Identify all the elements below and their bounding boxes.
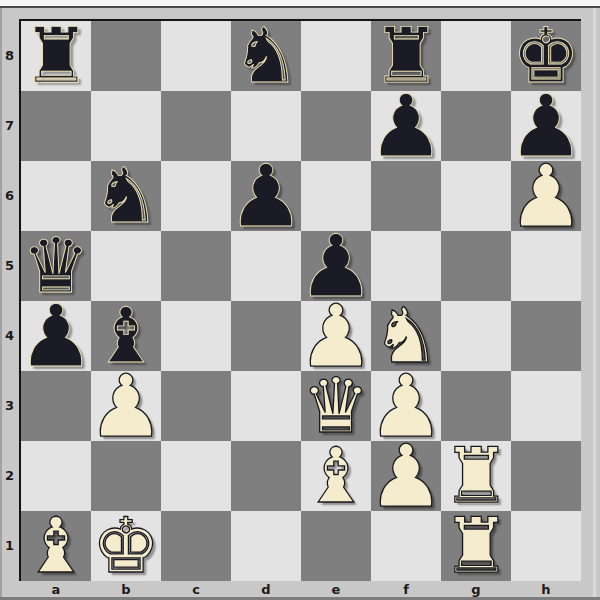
- rank-label-3: 3: [0, 371, 19, 441]
- square-d5[interactable]: [231, 231, 301, 301]
- file-label-h: h: [511, 581, 581, 598]
- square-d8[interactable]: ♞: [231, 21, 301, 91]
- window-bevel-right: [593, 8, 596, 597]
- square-c7[interactable]: [161, 91, 231, 161]
- piece-white-rook-g1[interactable]: ♜: [442, 511, 510, 581]
- square-c4[interactable]: [161, 301, 231, 371]
- square-h3[interactable]: [511, 371, 581, 441]
- square-c2[interactable]: [161, 441, 231, 511]
- square-b6[interactable]: ♞: [91, 161, 161, 231]
- square-b8[interactable]: [91, 21, 161, 91]
- square-g5[interactable]: [441, 231, 511, 301]
- square-e8[interactable]: [301, 21, 371, 91]
- square-b3[interactable]: ♟: [91, 371, 161, 441]
- piece-black-pawn-f7[interactable]: ♟: [367, 91, 444, 161]
- square-f7[interactable]: ♟: [371, 91, 441, 161]
- square-b1[interactable]: ♚: [91, 511, 161, 581]
- square-g6[interactable]: [441, 161, 511, 231]
- piece-white-bishop-a1[interactable]: ♝: [22, 511, 90, 581]
- piece-white-bishop-e2[interactable]: ♝: [302, 441, 370, 511]
- rank-label-1: 1: [0, 511, 19, 581]
- window-bevel-top-line: [0, 6, 600, 8]
- square-f2[interactable]: ♟: [371, 441, 441, 511]
- piece-black-knight-b6[interactable]: ♞: [92, 161, 160, 231]
- square-f1[interactable]: [371, 511, 441, 581]
- chess-diagram: 87654321 abcdefgh ♜♞♜♚♟♟♞♟♟♛♟♟♝♟♞♟♛♟♝♟♜♝…: [0, 0, 600, 600]
- piece-black-rook-a8[interactable]: ♜: [22, 21, 90, 91]
- chess-board: ♜♞♜♚♟♟♞♟♟♛♟♟♝♟♞♟♛♟♝♟♜♝♚♜: [19, 19, 581, 581]
- square-e7[interactable]: [301, 91, 371, 161]
- square-a8[interactable]: ♜: [21, 21, 91, 91]
- file-label-c: c: [161, 581, 231, 598]
- rank-label-5: 5: [0, 231, 19, 301]
- square-a3[interactable]: [21, 371, 91, 441]
- piece-white-pawn-h6[interactable]: ♟: [507, 161, 584, 231]
- square-e2[interactable]: ♝: [301, 441, 371, 511]
- square-a4[interactable]: ♟: [21, 301, 91, 371]
- square-d1[interactable]: [231, 511, 301, 581]
- square-h6[interactable]: ♟: [511, 161, 581, 231]
- square-c3[interactable]: [161, 371, 231, 441]
- square-h1[interactable]: [511, 511, 581, 581]
- file-label-e: e: [301, 581, 371, 598]
- square-g1[interactable]: ♜: [441, 511, 511, 581]
- square-f6[interactable]: [371, 161, 441, 231]
- rank-label-4: 4: [0, 301, 19, 371]
- square-d3[interactable]: [231, 371, 301, 441]
- square-c6[interactable]: [161, 161, 231, 231]
- rank-label-6: 6: [0, 161, 19, 231]
- square-c5[interactable]: [161, 231, 231, 301]
- square-a1[interactable]: ♝: [21, 511, 91, 581]
- square-g4[interactable]: [441, 301, 511, 371]
- piece-black-knight-d8[interactable]: ♞: [232, 21, 300, 91]
- square-d2[interactable]: [231, 441, 301, 511]
- square-d4[interactable]: [231, 301, 301, 371]
- piece-white-king-b1[interactable]: ♚: [92, 511, 160, 581]
- square-c1[interactable]: [161, 511, 231, 581]
- square-h5[interactable]: [511, 231, 581, 301]
- piece-black-pawn-d6[interactable]: ♟: [227, 161, 304, 231]
- square-h4[interactable]: [511, 301, 581, 371]
- piece-black-pawn-a4[interactable]: ♟: [17, 301, 94, 371]
- piece-white-pawn-f2[interactable]: ♟: [367, 441, 444, 511]
- file-label-d: d: [231, 581, 301, 598]
- square-d6[interactable]: ♟: [231, 161, 301, 231]
- square-c8[interactable]: [161, 21, 231, 91]
- square-g8[interactable]: [441, 21, 511, 91]
- square-h2[interactable]: [511, 441, 581, 511]
- square-a7[interactable]: [21, 91, 91, 161]
- file-label-f: f: [371, 581, 441, 598]
- rank-label-7: 7: [0, 91, 19, 161]
- square-e1[interactable]: [301, 511, 371, 581]
- square-g7[interactable]: [441, 91, 511, 161]
- rank-label-2: 2: [0, 441, 19, 511]
- piece-white-pawn-b3[interactable]: ♟: [87, 371, 164, 441]
- rank-label-8: 8: [0, 21, 19, 91]
